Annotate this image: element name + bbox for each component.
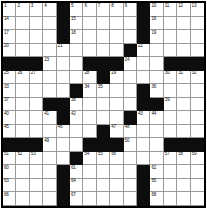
clue-number-14: 14 [3, 17, 9, 22]
cell-r9c11[interactable]: 43 [137, 111, 150, 125]
cell-r2c12[interactable]: 16 [150, 17, 163, 31]
black-cell-r11c2 [16, 138, 29, 152]
cell-r1c15[interactable]: 13 [191, 3, 204, 17]
cell-r1c8[interactable]: 7 [97, 3, 110, 17]
cell-r6c2[interactable]: 26 [16, 71, 29, 85]
cell-r9c12[interactable]: 44 [150, 111, 163, 125]
clue-number-54: 54 [83, 152, 89, 157]
cell-r15c14[interactable] [177, 192, 190, 206]
black-cell-r13c11 [137, 165, 150, 179]
clue-number-21: 21 [57, 44, 63, 49]
cell-r4c13[interactable] [164, 44, 177, 58]
cell-r3c9[interactable] [110, 30, 123, 44]
cell-r9c13[interactable] [164, 111, 177, 125]
cell-r15c1[interactable]: 66 [3, 192, 16, 206]
cell-r5c6[interactable] [70, 57, 83, 71]
clue-number-30: 30 [164, 71, 170, 76]
clue-number-59: 59 [191, 152, 197, 157]
cell-r6c6[interactable] [70, 71, 83, 85]
cell-r14c2[interactable] [16, 179, 29, 193]
cell-r3c7[interactable] [83, 30, 96, 44]
crossword-board: 1234567891011121314151617181920212223242… [1, 1, 206, 208]
cell-r7c7[interactable]: 34 [83, 84, 96, 98]
clue-number-34: 34 [83, 84, 89, 89]
black-cell-r5c9 [110, 57, 123, 71]
cell-r14c1[interactable]: 63 [3, 179, 16, 193]
cell-r9c14[interactable] [177, 111, 190, 125]
cell-r2c9[interactable] [110, 17, 123, 31]
cell-r14c3[interactable] [30, 179, 43, 193]
cell-r1c12[interactable]: 10 [150, 3, 163, 17]
cell-r9c7[interactable] [83, 111, 96, 125]
cell-r1c10[interactable]: 9 [124, 3, 137, 17]
cell-r6c7[interactable]: 28 [83, 71, 96, 85]
clue-number-25: 25 [3, 71, 9, 76]
clue-number-33: 33 [3, 84, 9, 89]
clue-number-19: 19 [150, 30, 156, 35]
cell-r7c5[interactable] [57, 84, 70, 98]
cell-r11c11[interactable] [137, 138, 150, 152]
cell-r2c6[interactable]: 15 [70, 17, 83, 31]
cell-r11c5[interactable] [57, 138, 70, 152]
black-cell-r11c1 [3, 138, 16, 152]
cell-r13c4[interactable] [43, 165, 56, 179]
cell-r10c11[interactable] [137, 125, 150, 139]
cell-r3c13[interactable] [164, 30, 177, 44]
clue-number-20: 20 [3, 44, 9, 49]
clue-number-5: 5 [70, 3, 73, 8]
cell-r12c9[interactable]: 56 [110, 152, 123, 166]
cell-r8c14[interactable] [177, 98, 190, 112]
black-cell-r3c5 [57, 30, 70, 44]
cell-r9c4[interactable]: 41 [43, 111, 56, 125]
cell-r8c10[interactable] [124, 98, 137, 112]
cell-r14c12[interactable]: 65 [150, 179, 163, 193]
cell-r6c3[interactable]: 27 [30, 71, 43, 85]
cell-r9c8[interactable] [97, 111, 110, 125]
clue-number-41: 41 [43, 111, 49, 116]
clue-number-17: 17 [3, 30, 9, 35]
clue-number-28: 28 [83, 71, 89, 76]
clue-number-62: 62 [150, 165, 156, 170]
cell-r8c1[interactable]: 37 [3, 98, 16, 112]
cell-r13c3[interactable] [30, 165, 43, 179]
clue-number-51: 51 [3, 152, 9, 157]
clue-number-48: 48 [124, 125, 130, 130]
clue-number-46: 46 [57, 125, 63, 130]
cell-r10c3[interactable] [30, 125, 43, 139]
black-cell-r4c10 [124, 44, 137, 58]
clue-number-26: 26 [16, 71, 22, 76]
cell-r12c1[interactable]: 51 [3, 152, 16, 166]
cell-r7c1[interactable]: 33 [3, 84, 16, 98]
cell-r13c13[interactable] [164, 165, 177, 179]
black-cell-r5c8 [97, 57, 110, 71]
cell-r2c14[interactable] [177, 17, 190, 31]
clue-number-23: 23 [43, 57, 49, 62]
clue-number-64: 64 [70, 179, 76, 184]
black-cell-r14c11 [137, 179, 150, 193]
cell-r13c7[interactable] [83, 165, 96, 179]
clue-number-44: 44 [150, 111, 156, 116]
cell-r12c5[interactable] [57, 152, 70, 166]
black-cell-r2c5 [57, 17, 70, 31]
cell-r12c10[interactable] [124, 152, 137, 166]
clue-number-10: 10 [150, 3, 156, 8]
cell-r4c8[interactable] [97, 44, 110, 58]
cell-r8c6[interactable]: 38 [70, 98, 83, 112]
black-cell-r5c2 [16, 57, 29, 71]
black-cell-r14c5 [57, 179, 70, 193]
cell-r10c15[interactable] [191, 125, 204, 139]
cell-r13c9[interactable] [110, 165, 123, 179]
cell-r4c5[interactable]: 21 [57, 44, 70, 58]
cell-r4c2[interactable] [16, 44, 29, 58]
cell-r9c6[interactable]: 42 [70, 111, 83, 125]
cell-r7c8[interactable]: 35 [97, 84, 110, 98]
clue-number-66: 66 [3, 192, 9, 197]
cell-r6c4[interactable] [43, 71, 56, 85]
cell-r14c15[interactable] [191, 179, 204, 193]
cell-r6c11[interactable] [137, 71, 150, 85]
cell-r15c4[interactable] [43, 192, 56, 206]
cell-r3c10[interactable] [124, 30, 137, 44]
cell-r15c3[interactable] [30, 192, 43, 206]
clue-number-11: 11 [164, 3, 169, 8]
black-cell-r1c5 [57, 3, 70, 17]
black-cell-r8c11 [137, 98, 150, 112]
cell-r15c13[interactable] [164, 192, 177, 206]
cell-r13c15[interactable] [191, 165, 204, 179]
clue-number-9: 9 [124, 3, 127, 8]
cell-r12c2[interactable]: 52 [16, 152, 29, 166]
black-cell-r11c9 [110, 138, 123, 152]
cell-r2c13[interactable] [164, 17, 177, 31]
clue-number-32: 32 [191, 71, 197, 76]
clue-number-60: 60 [3, 165, 9, 170]
cell-r13c1[interactable]: 60 [3, 165, 16, 179]
black-cell-r2c11 [137, 17, 150, 31]
cell-r6c12[interactable] [150, 71, 163, 85]
cell-r12c13[interactable]: 57 [164, 152, 177, 166]
cell-r8c9[interactable] [110, 98, 123, 112]
cell-r11c4[interactable]: 49 [43, 138, 56, 152]
cell-r3c8[interactable] [97, 30, 110, 44]
cell-r4c7[interactable] [83, 44, 96, 58]
clue-number-36: 36 [150, 84, 156, 89]
cell-r4c12[interactable] [150, 44, 163, 58]
cell-r4c14[interactable] [177, 44, 190, 58]
cell-r4c6[interactable] [70, 44, 83, 58]
cell-r4c4[interactable] [43, 44, 56, 58]
black-cell-r8c4 [43, 98, 56, 112]
clue-number-45: 45 [3, 125, 9, 130]
cell-r6c10[interactable] [124, 71, 137, 85]
cell-r1c4[interactable]: 4 [43, 3, 56, 17]
cell-r6c15[interactable]: 32 [191, 71, 204, 85]
cell-r10c2[interactable] [16, 125, 29, 139]
cell-r6c9[interactable]: 29 [110, 71, 123, 85]
cell-r2c8[interactable] [97, 17, 110, 31]
cell-r14c10[interactable] [124, 179, 137, 193]
clue-number-52: 52 [16, 152, 22, 157]
cell-r7c3[interactable] [30, 84, 43, 98]
clue-number-1: 1 [3, 3, 6, 8]
clue-number-13: 13 [191, 3, 197, 8]
cell-r4c11[interactable]: 22 [137, 44, 150, 58]
cell-r2c10[interactable] [124, 17, 137, 31]
black-cell-r5c1 [3, 57, 16, 71]
black-cell-r1c11 [137, 3, 150, 17]
clue-number-40: 40 [3, 111, 9, 116]
cell-r3c15[interactable] [191, 30, 204, 44]
cell-r2c4[interactable] [43, 17, 56, 31]
clue-number-6: 6 [83, 3, 86, 8]
clue-number-38: 38 [70, 98, 76, 103]
cell-r1c13[interactable]: 11 [164, 3, 177, 17]
cell-r7c13[interactable] [164, 84, 177, 98]
clue-number-37: 37 [3, 98, 9, 103]
cell-r8c3[interactable] [30, 98, 43, 112]
black-cell-r5c3 [30, 57, 43, 71]
cell-r1c6[interactable]: 5 [70, 3, 83, 17]
clue-number-3: 3 [30, 3, 33, 8]
clue-number-65: 65 [150, 179, 156, 184]
clue-number-15: 15 [70, 17, 76, 22]
cell-r5c5[interactable] [57, 57, 70, 71]
black-cell-r3c11 [137, 30, 150, 44]
cell-r15c2[interactable] [16, 192, 29, 206]
cell-r13c10[interactable] [124, 165, 137, 179]
cell-r7c4[interactable] [43, 84, 56, 98]
cell-r1c14[interactable]: 12 [177, 3, 190, 17]
black-cell-r11c8 [97, 138, 110, 152]
black-cell-r11c15 [191, 138, 204, 152]
cell-r4c15[interactable] [191, 44, 204, 58]
black-cell-r8c5 [57, 98, 70, 112]
clue-number-4: 4 [43, 3, 46, 8]
black-cell-r13c5 [57, 165, 70, 179]
cell-r10c13[interactable] [164, 125, 177, 139]
cell-r15c10[interactable] [124, 192, 137, 206]
cell-r9c2[interactable] [16, 111, 29, 125]
cell-r14c4[interactable] [43, 179, 56, 193]
clue-number-50: 50 [124, 138, 130, 143]
black-cell-r9c10 [124, 111, 137, 125]
cell-r14c7[interactable] [83, 179, 96, 193]
cell-r1c1[interactable]: 1 [3, 3, 16, 17]
cell-r3c6[interactable]: 18 [70, 30, 83, 44]
black-cell-r9c5 [57, 111, 70, 125]
cell-r12c3[interactable]: 53 [30, 152, 43, 166]
clue-number-67: 67 [70, 192, 76, 197]
cell-r12c12[interactable] [150, 152, 163, 166]
cell-r14c13[interactable] [164, 179, 177, 193]
cell-r12c8[interactable]: 55 [97, 152, 110, 166]
cell-r15c12[interactable]: 68 [150, 192, 163, 206]
cell-r9c3[interactable] [30, 111, 43, 125]
cell-r14c14[interactable] [177, 179, 190, 193]
clue-number-29: 29 [110, 71, 116, 76]
cell-r14c6[interactable]: 64 [70, 179, 83, 193]
black-cell-r10c8 [97, 125, 110, 139]
black-cell-r11c14 [177, 138, 190, 152]
black-cell-r11c3 [30, 138, 43, 152]
cell-r11c6[interactable] [70, 138, 83, 152]
cell-r15c9[interactable] [110, 192, 123, 206]
cell-r3c12[interactable]: 19 [150, 30, 163, 44]
clue-number-63: 63 [3, 179, 9, 184]
cell-r13c12[interactable]: 62 [150, 165, 163, 179]
cell-r11c12[interactable] [150, 138, 163, 152]
cell-r7c15[interactable] [191, 84, 204, 98]
clue-number-68: 68 [150, 192, 156, 197]
cell-r10c1[interactable]: 45 [3, 125, 16, 139]
cell-r10c12[interactable] [150, 125, 163, 139]
black-cell-r5c7 [83, 57, 96, 71]
black-cell-r8c12 [150, 98, 163, 112]
cell-r7c2[interactable] [16, 84, 29, 98]
cell-r2c3[interactable] [30, 17, 43, 31]
cell-r10c4[interactable] [43, 125, 56, 139]
cell-r6c1[interactable]: 25 [3, 71, 16, 85]
clue-number-56: 56 [110, 152, 116, 157]
cell-r12c4[interactable] [43, 152, 56, 166]
cell-r6c5[interactable] [57, 71, 70, 85]
cell-r13c6[interactable]: 61 [70, 165, 83, 179]
cell-r1c7[interactable]: 6 [83, 3, 96, 17]
black-cell-r7c11 [137, 84, 150, 98]
cell-r8c15[interactable] [191, 98, 204, 112]
clue-number-18: 18 [70, 30, 76, 35]
cell-r4c1[interactable]: 20 [3, 44, 16, 58]
cell-r1c2[interactable]: 2 [16, 3, 29, 17]
cell-r13c14[interactable] [177, 165, 190, 179]
clue-number-16: 16 [150, 17, 156, 22]
clue-number-12: 12 [177, 3, 183, 8]
cell-r2c7[interactable] [83, 17, 96, 31]
cell-r3c1[interactable]: 17 [3, 30, 16, 44]
black-cell-r5c13 [164, 57, 177, 71]
cell-r10c14[interactable] [177, 125, 190, 139]
black-cell-r7c6 [70, 84, 83, 98]
cell-r2c1[interactable]: 14 [3, 17, 16, 31]
cell-r12c15[interactable]: 59 [191, 152, 204, 166]
clue-number-58: 58 [177, 152, 183, 157]
clue-number-61: 61 [70, 165, 76, 170]
black-cell-r15c5 [57, 192, 70, 206]
clue-number-49: 49 [43, 138, 49, 143]
clue-number-47: 47 [110, 125, 116, 130]
cell-r11c10[interactable]: 50 [124, 138, 137, 152]
cell-r15c6[interactable]: 67 [70, 192, 83, 206]
cell-r10c10[interactable]: 48 [124, 125, 137, 139]
cell-r3c14[interactable] [177, 30, 190, 44]
cell-r3c2[interactable] [16, 30, 29, 44]
clue-number-7: 7 [97, 3, 100, 8]
cell-r2c2[interactable] [16, 17, 29, 31]
cell-r12c11[interactable] [137, 152, 150, 166]
cell-r15c7[interactable] [83, 192, 96, 206]
cell-r13c8[interactable] [97, 165, 110, 179]
black-cell-r15c11 [137, 192, 150, 206]
cell-r3c4[interactable] [43, 30, 56, 44]
clue-number-43: 43 [137, 111, 143, 116]
cell-r7c12[interactable]: 36 [150, 84, 163, 98]
cell-r1c9[interactable]: 8 [110, 3, 123, 17]
cell-r6c14[interactable]: 31 [177, 71, 190, 85]
cell-r3c3[interactable] [30, 30, 43, 44]
cell-r9c1[interactable]: 40 [3, 111, 16, 125]
cell-r2c15[interactable] [191, 17, 204, 31]
clue-number-53: 53 [30, 152, 36, 157]
cell-r7c9[interactable] [110, 84, 123, 98]
clue-number-24: 24 [124, 57, 130, 62]
cell-r8c2[interactable] [16, 98, 29, 112]
clue-number-35: 35 [97, 84, 103, 89]
black-cell-r11c13 [164, 138, 177, 152]
cell-r6c13[interactable]: 30 [164, 71, 177, 85]
cell-r10c5[interactable]: 46 [57, 125, 70, 139]
clue-number-57: 57 [164, 152, 170, 157]
cell-r14c8[interactable] [97, 179, 110, 193]
cell-r8c8[interactable] [97, 98, 110, 112]
cell-r10c9[interactable]: 47 [110, 125, 123, 139]
clue-number-55: 55 [97, 152, 103, 157]
cell-r5c4[interactable]: 23 [43, 57, 56, 71]
crossword-puzzle: 1234567891011121314151617181920212223242… [0, 0, 207, 209]
clue-number-2: 2 [16, 3, 19, 8]
cell-r7c10[interactable] [124, 84, 137, 98]
cell-r8c13[interactable]: 39 [164, 98, 177, 112]
black-cell-r12c6 [70, 152, 83, 166]
cell-r5c11[interactable] [137, 57, 150, 71]
cell-r8c7[interactable] [83, 98, 96, 112]
cell-r15c15[interactable] [191, 192, 204, 206]
cell-r9c9[interactable] [110, 111, 123, 125]
black-cell-r6c8 [97, 71, 110, 85]
cell-r5c12[interactable] [150, 57, 163, 71]
clue-number-27: 27 [30, 71, 36, 76]
clue-number-42: 42 [70, 111, 76, 116]
cell-r15c8[interactable] [97, 192, 110, 206]
cell-r9c15[interactable] [191, 111, 204, 125]
black-cell-r5c14 [177, 57, 190, 71]
cell-r14c9[interactable] [110, 179, 123, 193]
cell-r4c9[interactable] [110, 44, 123, 58]
black-cell-r5c15 [191, 57, 204, 71]
cell-r10c6[interactable] [70, 125, 83, 139]
cell-r1c3[interactable]: 3 [30, 3, 43, 17]
cell-r13c2[interactable] [16, 165, 29, 179]
clue-number-31: 31 [177, 71, 183, 76]
clue-number-8: 8 [110, 3, 113, 8]
cell-r10c7[interactable] [83, 125, 96, 139]
clue-number-22: 22 [137, 44, 143, 49]
clue-number-39: 39 [164, 98, 170, 103]
cell-r5c10[interactable]: 24 [124, 57, 137, 71]
black-cell-r11c7 [83, 138, 96, 152]
cell-r4c3[interactable] [30, 44, 43, 58]
cell-r12c7[interactable]: 54 [83, 152, 96, 166]
cell-r7c14[interactable] [177, 84, 190, 98]
cell-r12c14[interactable]: 58 [177, 152, 190, 166]
